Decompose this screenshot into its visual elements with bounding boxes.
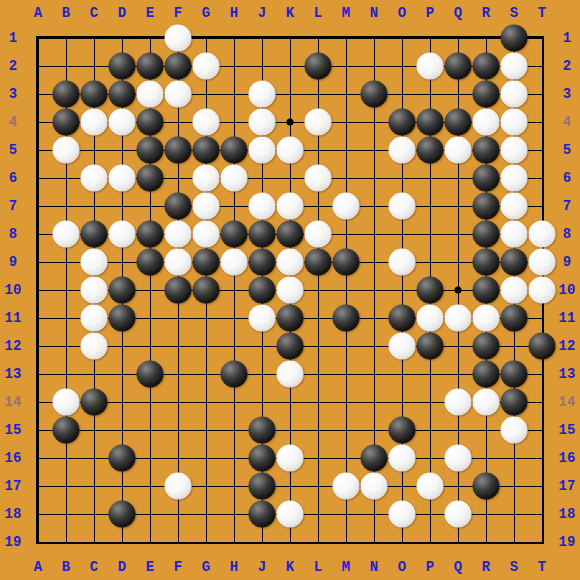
black-stone-F2 (165, 53, 192, 80)
white-stone-S6 (501, 165, 528, 192)
white-stone-K7 (277, 193, 304, 220)
white-stone-B8 (53, 221, 80, 248)
row-label-left-14: 14 (5, 395, 22, 409)
white-stone-P2 (417, 53, 444, 80)
row-label-left-11: 11 (5, 311, 22, 325)
white-stone-K18 (277, 501, 304, 528)
col-label-top-M: M (342, 6, 350, 20)
black-stone-O4 (389, 109, 416, 136)
go-board[interactable]: AABBCCDDEEFFGGHHJJKKLLMMNNOOPPQQRRSSTT11… (0, 0, 580, 580)
black-stone-B4 (53, 109, 80, 136)
grid-line-horizontal (38, 486, 543, 487)
white-stone-F9 (165, 249, 192, 276)
col-label-bottom-G: G (202, 560, 210, 574)
black-stone-N16 (361, 445, 388, 472)
black-stone-T12 (529, 333, 556, 360)
col-label-top-P: P (426, 6, 434, 20)
col-label-top-R: R (482, 6, 490, 20)
white-stone-S15 (501, 417, 528, 444)
grid-line-horizontal (38, 542, 543, 543)
white-stone-C11 (81, 305, 108, 332)
row-label-left-10: 10 (5, 283, 22, 297)
row-label-left-15: 15 (5, 423, 22, 437)
black-stone-E5 (137, 137, 164, 164)
white-stone-S2 (501, 53, 528, 80)
white-stone-H6 (221, 165, 248, 192)
black-stone-S14 (501, 389, 528, 416)
grid-line-horizontal (38, 430, 543, 431)
black-stone-R17 (473, 473, 500, 500)
col-label-bottom-K: K (286, 560, 294, 574)
row-label-right-3: 3 (563, 87, 571, 101)
black-stone-B15 (53, 417, 80, 444)
row-label-left-1: 1 (9, 31, 17, 45)
white-stone-G6 (193, 165, 220, 192)
row-label-right-17: 17 (559, 479, 576, 493)
white-stone-T9 (529, 249, 556, 276)
black-stone-S1 (501, 25, 528, 52)
black-stone-H5 (221, 137, 248, 164)
row-label-right-18: 18 (559, 507, 576, 521)
black-stone-C3 (81, 81, 108, 108)
black-stone-R5 (473, 137, 500, 164)
white-stone-L8 (305, 221, 332, 248)
row-label-left-5: 5 (9, 143, 17, 157)
white-stone-K5 (277, 137, 304, 164)
col-label-top-S: S (510, 6, 518, 20)
black-stone-J17 (249, 473, 276, 500)
white-stone-C10 (81, 277, 108, 304)
black-stone-O15 (389, 417, 416, 444)
black-stone-R6 (473, 165, 500, 192)
black-stone-E2 (137, 53, 164, 80)
black-stone-J8 (249, 221, 276, 248)
white-stone-O18 (389, 501, 416, 528)
row-label-right-10: 10 (559, 283, 576, 297)
row-label-right-7: 7 (563, 199, 571, 213)
row-label-left-2: 2 (9, 59, 17, 73)
white-stone-G4 (193, 109, 220, 136)
black-stone-R2 (473, 53, 500, 80)
white-stone-O9 (389, 249, 416, 276)
col-label-top-L: L (314, 6, 322, 20)
col-label-top-K: K (286, 6, 294, 20)
white-stone-O7 (389, 193, 416, 220)
white-stone-J5 (249, 137, 276, 164)
white-stone-Q5 (445, 137, 472, 164)
white-stone-P11 (417, 305, 444, 332)
white-stone-J3 (249, 81, 276, 108)
black-stone-D11 (109, 305, 136, 332)
white-stone-B5 (53, 137, 80, 164)
black-stone-R10 (473, 277, 500, 304)
white-stone-H9 (221, 249, 248, 276)
black-stone-E13 (137, 361, 164, 388)
white-stone-G7 (193, 193, 220, 220)
col-label-top-D: D (118, 6, 126, 20)
black-stone-D2 (109, 53, 136, 80)
white-stone-S5 (501, 137, 528, 164)
col-label-bottom-M: M (342, 560, 350, 574)
black-stone-B3 (53, 81, 80, 108)
col-label-top-H: H (230, 6, 238, 20)
row-label-right-14: 14 (559, 395, 576, 409)
white-stone-O5 (389, 137, 416, 164)
col-label-bottom-H: H (230, 560, 238, 574)
black-stone-R12 (473, 333, 500, 360)
col-label-bottom-Q: Q (454, 560, 462, 574)
row-label-left-8: 8 (9, 227, 17, 241)
black-stone-R13 (473, 361, 500, 388)
white-stone-P17 (417, 473, 444, 500)
row-label-right-6: 6 (563, 171, 571, 185)
black-stone-D18 (109, 501, 136, 528)
white-stone-C9 (81, 249, 108, 276)
col-label-bottom-D: D (118, 560, 126, 574)
col-label-bottom-F: F (174, 560, 182, 574)
black-stone-O11 (389, 305, 416, 332)
black-stone-F10 (165, 277, 192, 304)
row-label-right-1: 1 (563, 31, 571, 45)
white-stone-F1 (165, 25, 192, 52)
white-stone-Q16 (445, 445, 472, 472)
col-label-top-C: C (90, 6, 98, 20)
row-label-right-5: 5 (563, 143, 571, 157)
black-stone-F5 (165, 137, 192, 164)
row-label-left-13: 13 (5, 367, 22, 381)
white-stone-Q11 (445, 305, 472, 332)
row-label-right-8: 8 (563, 227, 571, 241)
black-stone-N3 (361, 81, 388, 108)
white-stone-R11 (473, 305, 500, 332)
col-label-bottom-S: S (510, 560, 518, 574)
white-stone-J11 (249, 305, 276, 332)
white-stone-K16 (277, 445, 304, 472)
black-stone-S13 (501, 361, 528, 388)
row-label-left-17: 17 (5, 479, 22, 493)
col-label-bottom-O: O (398, 560, 406, 574)
col-label-bottom-N: N (370, 560, 378, 574)
row-label-right-9: 9 (563, 255, 571, 269)
black-stone-R8 (473, 221, 500, 248)
black-stone-P5 (417, 137, 444, 164)
col-label-top-J: J (258, 6, 266, 20)
white-stone-T8 (529, 221, 556, 248)
white-stone-L6 (305, 165, 332, 192)
white-stone-F17 (165, 473, 192, 500)
black-stone-F7 (165, 193, 192, 220)
white-stone-S10 (501, 277, 528, 304)
black-stone-J9 (249, 249, 276, 276)
black-stone-S9 (501, 249, 528, 276)
white-stone-N17 (361, 473, 388, 500)
white-stone-C4 (81, 109, 108, 136)
col-label-bottom-P: P (426, 560, 434, 574)
row-label-right-2: 2 (563, 59, 571, 73)
white-stone-L4 (305, 109, 332, 136)
col-label-top-N: N (370, 6, 378, 20)
white-stone-C12 (81, 333, 108, 360)
black-stone-P4 (417, 109, 444, 136)
row-label-right-15: 15 (559, 423, 576, 437)
white-stone-G2 (193, 53, 220, 80)
white-stone-S8 (501, 221, 528, 248)
row-label-right-11: 11 (559, 311, 576, 325)
black-stone-E6 (137, 165, 164, 192)
row-label-left-7: 7 (9, 199, 17, 213)
white-stone-O12 (389, 333, 416, 360)
row-label-left-12: 12 (5, 339, 22, 353)
black-stone-Q4 (445, 109, 472, 136)
row-label-left-3: 3 (9, 87, 17, 101)
row-label-right-4: 4 (563, 115, 571, 129)
black-stone-D16 (109, 445, 136, 472)
white-stone-M17 (333, 473, 360, 500)
col-label-bottom-C: C (90, 560, 98, 574)
col-label-top-E: E (146, 6, 154, 20)
black-stone-J15 (249, 417, 276, 444)
black-stone-L2 (305, 53, 332, 80)
row-label-left-19: 19 (5, 535, 22, 549)
col-label-top-A: A (34, 6, 42, 20)
black-stone-Q2 (445, 53, 472, 80)
white-stone-T10 (529, 277, 556, 304)
white-stone-M7 (333, 193, 360, 220)
black-stone-D10 (109, 277, 136, 304)
white-stone-B14 (53, 389, 80, 416)
black-stone-K8 (277, 221, 304, 248)
white-stone-D8 (109, 221, 136, 248)
white-stone-F8 (165, 221, 192, 248)
black-stone-G5 (193, 137, 220, 164)
white-stone-S7 (501, 193, 528, 220)
black-stone-L9 (305, 249, 332, 276)
col-label-bottom-J: J (258, 560, 266, 574)
black-stone-H13 (221, 361, 248, 388)
row-label-right-12: 12 (559, 339, 576, 353)
white-stone-R4 (473, 109, 500, 136)
white-stone-G8 (193, 221, 220, 248)
row-label-left-6: 6 (9, 171, 17, 185)
black-stone-H8 (221, 221, 248, 248)
black-stone-G10 (193, 277, 220, 304)
black-stone-M9 (333, 249, 360, 276)
hoshi-Q10 (455, 287, 462, 294)
black-stone-E4 (137, 109, 164, 136)
black-stone-S11 (501, 305, 528, 332)
black-stone-R7 (473, 193, 500, 220)
black-stone-J16 (249, 445, 276, 472)
white-stone-R14 (473, 389, 500, 416)
col-label-bottom-E: E (146, 560, 154, 574)
grid-line-vertical (346, 38, 347, 543)
white-stone-K9 (277, 249, 304, 276)
white-stone-K10 (277, 277, 304, 304)
col-label-top-G: G (202, 6, 210, 20)
row-label-left-16: 16 (5, 451, 22, 465)
black-stone-D3 (109, 81, 136, 108)
col-label-bottom-A: A (34, 560, 42, 574)
black-stone-C14 (81, 389, 108, 416)
black-stone-P12 (417, 333, 444, 360)
col-label-bottom-B: B (62, 560, 70, 574)
col-label-top-B: B (62, 6, 70, 20)
col-label-bottom-R: R (482, 560, 490, 574)
black-stone-G9 (193, 249, 220, 276)
white-stone-D6 (109, 165, 136, 192)
white-stone-Q14 (445, 389, 472, 416)
white-stone-J4 (249, 109, 276, 136)
col-label-top-T: T (538, 6, 546, 20)
col-label-top-F: F (174, 6, 182, 20)
white-stone-S4 (501, 109, 528, 136)
row-label-left-18: 18 (5, 507, 22, 521)
black-stone-E8 (137, 221, 164, 248)
black-stone-J18 (249, 501, 276, 528)
black-stone-P10 (417, 277, 444, 304)
white-stone-E3 (137, 81, 164, 108)
white-stone-C6 (81, 165, 108, 192)
row-label-right-16: 16 (559, 451, 576, 465)
black-stone-K12 (277, 333, 304, 360)
black-stone-E9 (137, 249, 164, 276)
black-stone-J10 (249, 277, 276, 304)
hoshi-K4 (287, 119, 294, 126)
row-label-right-13: 13 (559, 367, 576, 381)
row-label-left-9: 9 (9, 255, 17, 269)
black-stone-R9 (473, 249, 500, 276)
col-label-bottom-L: L (314, 560, 322, 574)
white-stone-S3 (501, 81, 528, 108)
white-stone-J7 (249, 193, 276, 220)
white-stone-K13 (277, 361, 304, 388)
black-stone-R3 (473, 81, 500, 108)
col-label-top-Q: Q (454, 6, 462, 20)
black-stone-K11 (277, 305, 304, 332)
col-label-bottom-T: T (538, 560, 546, 574)
black-stone-M11 (333, 305, 360, 332)
row-label-left-4: 4 (9, 115, 17, 129)
white-stone-D4 (109, 109, 136, 136)
black-stone-C8 (81, 221, 108, 248)
white-stone-Q18 (445, 501, 472, 528)
row-label-right-19: 19 (559, 535, 576, 549)
white-stone-F3 (165, 81, 192, 108)
white-stone-O16 (389, 445, 416, 472)
col-label-top-O: O (398, 6, 406, 20)
